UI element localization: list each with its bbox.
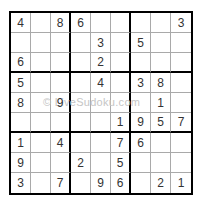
cell-r1c8[interactable]: [151, 13, 171, 33]
cell-r2c7[interactable]: 5: [131, 33, 151, 53]
cell-r2c9[interactable]: [171, 33, 191, 53]
cell-digit: 7: [178, 116, 185, 128]
cell-digit: 3: [137, 77, 144, 89]
cell-r6c9[interactable]: 7: [171, 113, 191, 133]
cell-r1c7[interactable]: [131, 13, 151, 33]
cell-digit: 2: [77, 157, 84, 169]
cell-r5c9[interactable]: [171, 93, 191, 113]
cell-digit: 6: [77, 17, 84, 29]
cell-digit: 8: [57, 17, 64, 29]
cell-digit: 5: [157, 116, 164, 128]
sudoku-board: © LiveSudoku.com 48633562543889119571476…: [9, 11, 193, 195]
cell-r9c1[interactable]: 3: [11, 173, 31, 193]
cell-r5c6[interactable]: [111, 93, 131, 113]
cell-r3c6[interactable]: [111, 53, 131, 73]
cell-digit: 4: [57, 137, 64, 149]
cell-r4c7[interactable]: 3: [131, 73, 151, 93]
cell-digit: 6: [17, 56, 24, 68]
cell-r6c4[interactable]: [71, 113, 91, 133]
cell-r4c4[interactable]: [71, 73, 91, 93]
cell-r2c8[interactable]: [151, 33, 171, 53]
cell-r7c3[interactable]: 4: [51, 133, 71, 153]
cell-r9c2[interactable]: [31, 173, 51, 193]
cell-digit: 5: [137, 37, 144, 49]
cell-digit: 9: [97, 177, 104, 189]
cell-r5c4[interactable]: [71, 93, 91, 113]
cell-r9c8[interactable]: 2: [151, 173, 171, 193]
cell-digit: 5: [17, 77, 24, 89]
cell-r1c2[interactable]: [31, 13, 51, 33]
cell-digit: 6: [137, 137, 144, 149]
cell-r3c5[interactable]: 2: [91, 53, 111, 73]
cell-r2c5[interactable]: 3: [91, 33, 111, 53]
cell-digit: 3: [17, 177, 24, 189]
sudoku-page: © LiveSudoku.com 48633562543889119571476…: [0, 0, 200, 200]
cell-r2c6[interactable]: [111, 33, 131, 53]
cell-digit: 9: [17, 157, 24, 169]
cell-r2c2[interactable]: [31, 33, 51, 53]
cell-r3c3[interactable]: [51, 53, 71, 73]
cell-digit: 1: [117, 116, 124, 128]
cell-r7c1[interactable]: 1: [11, 133, 31, 153]
cell-r9c7[interactable]: [131, 173, 151, 193]
cell-digit: 1: [157, 97, 164, 109]
cell-digit: 2: [157, 177, 164, 189]
cell-r4c9[interactable]: [171, 73, 191, 93]
cell-r6c7[interactable]: 9: [131, 113, 151, 133]
cell-r3c1[interactable]: 6: [11, 53, 31, 73]
cell-digit: 3: [178, 17, 185, 29]
cell-digit: 9: [57, 97, 64, 109]
cell-digit: 5: [117, 157, 124, 169]
cell-r8c9[interactable]: [171, 153, 191, 173]
cell-r6c6[interactable]: 1: [111, 113, 131, 133]
cell-r1c3[interactable]: 8: [51, 13, 71, 33]
cell-r8c5[interactable]: [91, 153, 111, 173]
cell-digit: 7: [117, 137, 124, 149]
cell-r6c5[interactable]: [91, 113, 111, 133]
cell-r6c2[interactable]: [31, 113, 51, 133]
cell-digit: 1: [178, 177, 185, 189]
cell-r3c4[interactable]: [71, 53, 91, 73]
cell-r3c9[interactable]: [171, 53, 191, 73]
cell-r4c2[interactable]: [31, 73, 51, 93]
cell-r3c8[interactable]: [151, 53, 171, 73]
cell-r8c3[interactable]: [51, 153, 71, 173]
cell-digit: 8: [17, 97, 24, 109]
cell-r2c1[interactable]: [11, 33, 31, 53]
cell-r7c6[interactable]: 7: [111, 133, 131, 153]
cell-digit: 3: [97, 37, 104, 49]
cell-r2c3[interactable]: [51, 33, 71, 53]
cell-r1c5[interactable]: [91, 13, 111, 33]
cell-r5c1[interactable]: 8: [11, 93, 31, 113]
cell-r1c1[interactable]: 4: [11, 13, 31, 33]
cell-r5c7[interactable]: [131, 93, 151, 113]
cell-r9c9[interactable]: 1: [171, 173, 191, 193]
cell-r1c4[interactable]: 6: [71, 13, 91, 33]
cell-r7c5[interactable]: [91, 133, 111, 153]
cell-r5c5[interactable]: [91, 93, 111, 113]
cell-r9c6[interactable]: 6: [111, 173, 131, 193]
cell-r3c7[interactable]: [131, 53, 151, 73]
cell-r1c6[interactable]: [111, 13, 131, 33]
cell-r7c2[interactable]: [31, 133, 51, 153]
cell-r8c1[interactable]: 9: [11, 153, 31, 173]
cell-r8c7[interactable]: [131, 153, 151, 173]
cell-digit: 4: [97, 77, 104, 89]
cell-r7c4[interactable]: [71, 133, 91, 153]
cell-r5c3[interactable]: 9: [51, 93, 71, 113]
cell-r9c4[interactable]: [71, 173, 91, 193]
cell-r8c4[interactable]: 2: [71, 153, 91, 173]
cell-r8c6[interactable]: 5: [111, 153, 131, 173]
cell-r7c7[interactable]: 6: [131, 133, 151, 153]
cell-r8c2[interactable]: [31, 153, 51, 173]
cell-r2c4[interactable]: [71, 33, 91, 53]
cell-r9c3[interactable]: 7: [51, 173, 71, 193]
cell-r4c1[interactable]: 5: [11, 73, 31, 93]
cell-digit: 6: [117, 177, 124, 189]
cell-digit: 9: [137, 116, 144, 128]
cell-digit: 8: [157, 77, 164, 89]
cell-r6c8[interactable]: 5: [151, 113, 171, 133]
cell-r4c3[interactable]: [51, 73, 71, 93]
cell-digit: 1: [17, 137, 24, 149]
cell-r7c8[interactable]: [151, 133, 171, 153]
cell-r5c8[interactable]: 1: [151, 93, 171, 113]
cell-digit: 2: [97, 56, 104, 68]
cell-r6c1[interactable]: [11, 113, 31, 133]
cell-digit: 7: [57, 177, 64, 189]
cell-r7c9[interactable]: [171, 133, 191, 153]
cell-r8c8[interactable]: [151, 153, 171, 173]
cell-r1c9[interactable]: 3: [171, 13, 191, 33]
cell-r4c6[interactable]: [111, 73, 131, 93]
cell-r3c2[interactable]: [31, 53, 51, 73]
cell-r9c5[interactable]: 9: [91, 173, 111, 193]
cell-digit: 4: [17, 17, 24, 29]
cell-r6c3[interactable]: [51, 113, 71, 133]
cell-r4c8[interactable]: 8: [151, 73, 171, 93]
cell-r5c2[interactable]: [31, 93, 51, 113]
cell-r4c5[interactable]: 4: [91, 73, 111, 93]
